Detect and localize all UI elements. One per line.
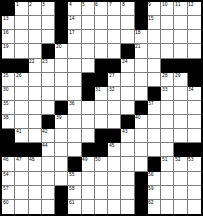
block-cell-r4c10 [121,44,134,58]
cell-r9c8[interactable] [95,115,108,129]
clue-number-60: 60 [3,200,9,205]
cell-r12c7[interactable]: 49 [82,157,95,171]
block-cell-r5c1 [2,59,15,73]
clue-number-61: 61 [69,200,75,205]
block-cell-r5c15 [188,59,201,73]
cell-r12c10[interactable] [121,157,134,171]
cell-r15c10[interactable] [121,200,134,214]
block-cell-r14c5 [55,186,68,200]
cell-r3c13[interactable] [161,30,174,44]
cell-r11c5[interactable] [55,143,68,157]
cell-r14c6[interactable]: 58 [68,186,81,200]
cell-r4c3[interactable] [29,44,42,58]
cell-r14c7[interactable] [82,186,95,200]
cell-r13c2[interactable] [15,172,28,186]
cell-r8c2[interactable] [15,101,28,115]
clue-number-32: 32 [109,87,115,92]
cell-r14c15[interactable] [188,186,201,200]
clue-number-1: 1 [16,2,19,7]
cell-r12c5[interactable] [55,157,68,171]
cell-r12c15[interactable]: 53 [188,157,201,171]
clue-number-29: 29 [175,73,181,78]
clue-number-7: 7 [109,2,112,7]
cell-r13c12[interactable]: 56 [148,172,161,186]
cell-r12c8[interactable]: 50 [95,157,108,171]
cell-r4c7[interactable] [82,44,95,58]
cell-r13c9[interactable] [108,172,121,186]
cell-r8c6[interactable]: 36 [68,101,81,115]
cell-r3c4[interactable] [42,30,55,44]
cell-r1c9[interactable]: 7 [108,2,121,16]
clue-number-51: 51 [162,157,168,162]
cell-r9c11[interactable]: 40 [135,115,148,129]
cell-r9c5[interactable]: 39 [55,115,68,129]
cell-r10c6[interactable] [68,129,81,143]
cell-r2c7[interactable] [82,16,95,30]
cell-r1c14[interactable]: 11 [174,2,187,16]
cell-r15c3[interactable] [29,200,42,214]
clue-number-39: 39 [56,115,62,120]
cell-r4c8[interactable] [95,44,108,58]
block-cell-r2c11 [135,16,148,30]
cell-r10c2[interactable]: 41 [15,129,28,143]
cell-r14c2[interactable] [15,186,28,200]
cell-r6c6[interactable] [68,73,81,87]
cell-r12c1[interactable]: 46 [2,157,15,171]
cell-r12c4[interactable] [42,157,55,171]
block-cell-r6c7 [82,73,95,87]
cell-r11c6[interactable] [68,143,81,157]
cell-r6c12[interactable] [148,73,161,87]
block-cell-r12c6 [68,157,81,171]
cell-r1c3[interactable]: 2 [29,2,42,16]
clue-number-4: 4 [69,2,72,7]
clue-number-27: 27 [109,73,115,78]
cell-r10c12[interactable] [148,129,161,143]
cell-r6c13[interactable]: 28 [161,73,174,87]
cell-r5c5[interactable] [55,59,68,73]
block-cell-r11c2 [15,143,28,157]
cell-r12c3[interactable]: 48 [29,157,42,171]
cell-r12c14[interactable]: 52 [174,157,187,171]
clue-number-44: 44 [42,143,48,148]
cell-r3c14[interactable] [174,30,187,44]
clue-number-38: 38 [3,115,9,120]
cell-r1c4[interactable]: 3 [42,2,55,16]
block-cell-r15c5 [55,200,68,214]
clue-number-55: 55 [69,172,75,177]
block-cell-r14c11 [135,186,148,200]
cell-r9c6[interactable] [68,115,81,129]
cell-r5c3[interactable]: 22 [29,59,42,73]
cell-r7c9[interactable]: 32 [108,87,121,101]
cell-r9c1[interactable]: 38 [2,115,15,129]
cell-r6c5[interactable] [55,73,68,87]
clue-number-56: 56 [148,172,154,177]
cell-r10c7[interactable] [82,129,95,143]
cell-r3c1[interactable]: 16 [2,30,15,44]
block-cell-r13c11 [135,172,148,186]
clue-number-47: 47 [16,157,22,162]
block-cell-r10c1 [2,129,15,143]
cell-r9c3[interactable] [29,115,42,129]
cell-r6c4[interactable] [42,73,55,87]
block-cell-r1c5 [55,2,68,16]
clue-number-18: 18 [135,30,141,35]
cell-r3c10[interactable] [121,30,134,44]
clue-number-37: 37 [148,101,154,106]
cell-r8c3[interactable] [29,101,42,115]
cell-r1c13[interactable]: 10 [161,2,174,16]
block-cell-r1c1 [2,2,15,16]
cell-r10c11[interactable] [135,129,148,143]
cell-r5c6[interactable] [68,59,81,73]
clue-number-5: 5 [82,2,85,7]
cell-r5c10[interactable]: 24 [121,59,134,73]
cell-r15c14[interactable] [174,200,187,214]
block-cell-r10c8 [95,129,108,143]
clue-number-50: 50 [95,157,101,162]
cell-r15c15[interactable] [188,200,201,214]
cell-r13c14[interactable] [174,172,187,186]
cell-r14c8[interactable] [95,186,108,200]
cell-r8c7[interactable] [82,101,95,115]
cell-r7c13[interactable]: 33 [161,87,174,101]
cell-r3c6[interactable]: 17 [68,30,81,44]
block-cell-r11c15 [188,143,201,157]
cell-r4c5[interactable]: 20 [55,44,68,58]
clue-number-41: 41 [16,129,22,134]
cell-r4c13[interactable] [161,44,174,58]
clue-number-6: 6 [95,2,98,7]
cell-r15c8[interactable] [95,200,108,214]
clue-number-45: 45 [109,143,115,148]
cell-r5c7[interactable] [82,59,95,73]
clue-number-62: 62 [148,200,154,205]
cell-r11c4[interactable]: 44 [42,143,55,157]
block-cell-r11c3 [29,143,42,157]
clue-number-14: 14 [69,16,75,21]
cell-r8c14[interactable] [174,101,187,115]
cell-r10c14[interactable] [174,129,187,143]
clue-number-34: 34 [188,87,194,92]
cell-r1c10[interactable]: 8 [121,2,134,16]
cell-r14c12[interactable]: 59 [148,186,161,200]
cell-r12c13[interactable]: 51 [161,157,174,171]
cell-r5c11[interactable] [135,59,148,73]
cell-r1c8[interactable]: 6 [95,2,108,16]
clue-number-9: 9 [148,2,151,7]
cell-r11c12[interactable] [148,143,161,157]
cell-r11c9[interactable]: 45 [108,143,121,157]
cell-r6c11[interactable] [135,73,148,87]
clue-number-57: 57 [3,186,9,191]
cell-r7c2[interactable] [15,87,28,101]
cell-r7c1[interactable]: 30 [2,87,15,101]
cell-r6c2[interactable]: 26 [15,73,28,87]
cell-r8c1[interactable]: 35 [2,101,15,115]
block-cell-r1c11 [135,2,148,16]
clue-number-31: 31 [95,87,101,92]
block-cell-r5c9 [108,59,121,73]
cell-r9c13[interactable] [161,115,174,129]
cell-r4c11[interactable]: 21 [135,44,148,58]
cell-r3c3[interactable] [29,30,42,44]
cell-r12c9[interactable] [108,157,121,171]
cell-r15c6[interactable]: 61 [68,200,81,214]
cell-r5c12[interactable] [148,59,161,73]
clue-number-3: 3 [42,2,45,7]
block-cell-r7c7 [82,87,95,101]
cell-r3c2[interactable] [15,30,28,44]
cell-r13c10[interactable] [121,172,134,186]
cell-r3c12[interactable] [148,30,161,44]
cell-r2c13[interactable] [161,16,174,30]
cell-r15c2[interactable] [15,200,28,214]
block-cell-r10c9 [108,129,121,143]
cell-r1c2[interactable]: 1 [15,2,28,16]
block-cell-r9c4 [42,115,55,129]
cell-r8c12[interactable]: 37 [148,101,161,115]
clue-number-25: 25 [3,73,9,78]
cell-r6c1[interactable]: 25 [2,73,15,87]
cell-r13c4[interactable] [42,172,55,186]
clue-number-17: 17 [69,30,75,35]
clue-number-24: 24 [122,59,128,64]
cell-r8c9[interactable] [108,101,121,115]
cell-r1c6[interactable]: 4 [68,2,81,16]
cell-r1c7[interactable]: 5 [82,2,95,16]
block-cell-r11c14 [174,143,187,157]
block-cell-r4c4 [42,44,55,58]
cell-r10c15[interactable] [188,129,201,143]
cell-r10c13[interactable] [161,129,174,143]
cell-r8c13[interactable] [161,101,174,115]
cell-r13c6[interactable]: 55 [68,172,81,186]
cell-r7c10[interactable] [121,87,134,101]
clue-number-59: 59 [148,186,154,191]
cell-r14c3[interactable] [29,186,42,200]
clue-number-26: 26 [16,73,22,78]
clue-number-28: 28 [162,73,168,78]
clue-number-46: 46 [3,157,9,162]
cell-r10c5[interactable] [55,129,68,143]
clue-number-10: 10 [162,2,168,7]
clue-number-22: 22 [29,59,35,64]
cell-r4c12[interactable] [148,44,161,58]
cell-r3c11[interactable]: 18 [135,30,148,44]
clue-number-20: 20 [56,44,62,49]
cell-r4c6[interactable] [68,44,81,58]
cell-r7c8[interactable]: 31 [95,87,108,101]
cell-r13c15[interactable] [188,172,201,186]
block-cell-r5c2 [15,59,28,73]
block-cell-r3c5 [55,30,68,44]
clue-number-11: 11 [175,2,181,7]
cell-r13c5[interactable] [55,172,68,186]
cell-r7c5[interactable] [55,87,68,101]
cell-r4c15[interactable] [188,44,201,58]
cell-r4c14[interactable] [174,44,187,58]
cell-r9c9[interactable] [108,115,121,129]
block-cell-r11c1 [2,143,15,157]
cell-r8c4[interactable] [42,101,55,115]
clue-number-48: 48 [29,157,35,162]
cell-r15c4[interactable] [42,200,55,214]
block-cell-r6c8 [95,73,108,87]
block-cell-r15c11 [135,200,148,214]
cell-r3c7[interactable] [82,30,95,44]
clue-number-19: 19 [3,44,9,49]
cell-r14c10[interactable] [121,186,134,200]
clue-number-21: 21 [135,44,141,49]
cell-r11c13[interactable] [161,143,174,157]
clue-number-13: 13 [3,16,9,21]
cell-r8c8[interactable] [95,101,108,115]
cell-r1c15[interactable]: 12 [188,2,201,16]
clue-number-40: 40 [135,115,141,120]
clue-number-8: 8 [122,2,125,7]
cell-r9c15[interactable] [188,115,201,129]
cell-r2c8[interactable] [95,16,108,30]
cell-r13c8[interactable] [95,172,108,186]
cell-r12c11[interactable] [135,157,148,171]
cell-r15c9[interactable] [108,200,121,214]
block-cell-r11c8 [95,143,108,157]
cell-r7c11[interactable] [135,87,148,101]
cell-r9c12[interactable] [148,115,161,129]
clue-number-33: 33 [162,87,168,92]
block-cell-r8c11 [135,101,148,115]
clue-number-53: 53 [188,157,194,162]
clue-number-30: 30 [3,87,9,92]
cell-r6c3[interactable] [29,73,42,87]
block-cell-r5c13 [161,59,174,73]
cell-r2c1[interactable]: 13 [2,16,15,30]
clue-number-54: 54 [3,172,9,177]
clue-number-36: 36 [69,101,75,106]
cell-r4c1[interactable]: 19 [2,44,15,58]
cell-r14c9[interactable] [108,186,121,200]
cell-r11c11[interactable] [135,143,148,157]
cell-r14c1[interactable]: 57 [2,186,15,200]
cell-r4c9[interactable] [108,44,121,58]
clue-number-42: 42 [42,129,48,134]
cell-r2c10[interactable] [121,16,134,30]
clue-number-23: 23 [42,59,48,64]
cell-r3c9[interactable] [108,30,121,44]
cell-r15c1[interactable]: 60 [2,200,15,214]
block-cell-r2c5 [55,16,68,30]
crossword-grid: 1234567891011121314151617181920212223242… [0,0,203,216]
cell-r15c7[interactable] [82,200,95,214]
cell-r15c12[interactable]: 62 [148,200,161,214]
cell-r14c4[interactable] [42,186,55,200]
clue-number-16: 16 [3,30,9,35]
cell-r6c9[interactable]: 27 [108,73,121,87]
cell-r9c14[interactable] [174,115,187,129]
cell-r9c2[interactable] [15,115,28,129]
cell-r12c2[interactable]: 47 [15,157,28,171]
clue-number-49: 49 [82,157,88,162]
cell-r4c2[interactable] [15,44,28,58]
cell-r2c15[interactable] [188,16,201,30]
cell-r5c4[interactable]: 23 [42,59,55,73]
block-cell-r5c8 [95,59,108,73]
block-cell-r5c14 [174,59,187,73]
clue-number-43: 43 [122,129,128,134]
cell-r10c4[interactable]: 42 [42,129,55,143]
cell-r13c13[interactable] [161,172,174,186]
cell-r15c13[interactable] [161,200,174,214]
cell-r7c15[interactable]: 34 [188,87,201,101]
clue-number-2: 2 [29,2,32,7]
cell-r10c3[interactable] [29,129,42,143]
clue-number-12: 12 [188,2,194,7]
cell-r8c10[interactable] [121,101,134,115]
cell-r7c6[interactable] [68,87,81,101]
block-cell-r9c10 [121,115,134,129]
block-cell-r12c12 [148,157,161,171]
clue-number-58: 58 [69,186,75,191]
cell-r8c15[interactable] [188,101,201,115]
cell-r2c2[interactable] [15,16,28,30]
block-cell-r8c5 [55,101,68,115]
cell-r3c15[interactable] [188,30,201,44]
cell-r7c14[interactable] [174,87,187,101]
cell-r2c4[interactable] [42,16,55,30]
clue-number-52: 52 [175,157,181,162]
cell-r2c9[interactable] [108,16,121,30]
block-cell-r6c15 [188,73,201,87]
cell-r2c3[interactable] [29,16,42,30]
cell-r2c14[interactable] [174,16,187,30]
cell-r14c13[interactable] [161,186,174,200]
cell-r7c3[interactable] [29,87,42,101]
cell-r13c7[interactable] [82,172,95,186]
clue-number-15: 15 [148,16,154,21]
cell-r7c4[interactable] [42,87,55,101]
cell-r6c14[interactable]: 29 [174,73,187,87]
cell-r1c12[interactable]: 9 [148,2,161,16]
cell-r3c8[interactable] [95,30,108,44]
block-cell-r11c7 [82,143,95,157]
cell-r10c10[interactable]: 43 [121,129,134,143]
cell-r13c1[interactable]: 54 [2,172,15,186]
cell-r13c3[interactable] [29,172,42,186]
clue-number-35: 35 [3,101,9,106]
cell-r6c10[interactable] [121,73,134,87]
cell-r11c10[interactable] [121,143,134,157]
block-cell-r7c12 [148,87,161,101]
cell-r2c12[interactable]: 15 [148,16,161,30]
cell-r9c7[interactable] [82,115,95,129]
cell-r2c6[interactable]: 14 [68,16,81,30]
cell-r14c14[interactable] [174,186,187,200]
